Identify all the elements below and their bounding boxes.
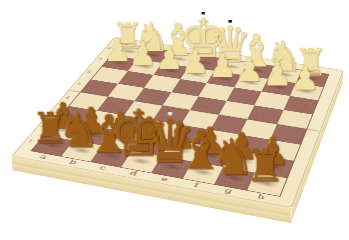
pieces-layer: ♜♞♝♚♛♝♞♜♟♟♟♟♟♟♟♟♟♟♟♟♟♟♟♟♜♞♝♚♛♝♞♜	[11, 37, 343, 208]
light-pawn-b7: ♟	[129, 38, 157, 70]
light-pawn-g7: ♟	[262, 57, 291, 90]
light-pawn-f7: ♟	[235, 53, 264, 86]
brown-rook-h1: ♜	[245, 142, 286, 187]
finial-ball	[202, 11, 206, 15]
finial-ball	[167, 111, 171, 115]
light-pawn-h7: ♟	[290, 61, 320, 94]
chess-board: abcdefgh 12345678 ♜♞♝♚♛♝♞♜♟♟♟♟♟♟♟♟♟♟♟♟♟♟…	[11, 37, 343, 208]
chess-set-photo: abcdefgh 12345678 ♜♞♝♚♛♝♞♜♟♟♟♟♟♟♟♟♟♟♟♟♟♟…	[0, 0, 349, 240]
finial-ball	[228, 19, 232, 23]
light-pawn-c7: ♟	[155, 42, 184, 74]
light-pawn-e7: ♟	[208, 49, 237, 81]
finial-ball	[137, 100, 141, 104]
board-perspective-wrap: abcdefgh 12345678 ♜♞♝♚♛♝♞♜♟♟♟♟♟♟♟♟♟♟♟♟♟♟…	[0, 0, 349, 240]
light-pawn-d7: ♟	[181, 45, 210, 77]
